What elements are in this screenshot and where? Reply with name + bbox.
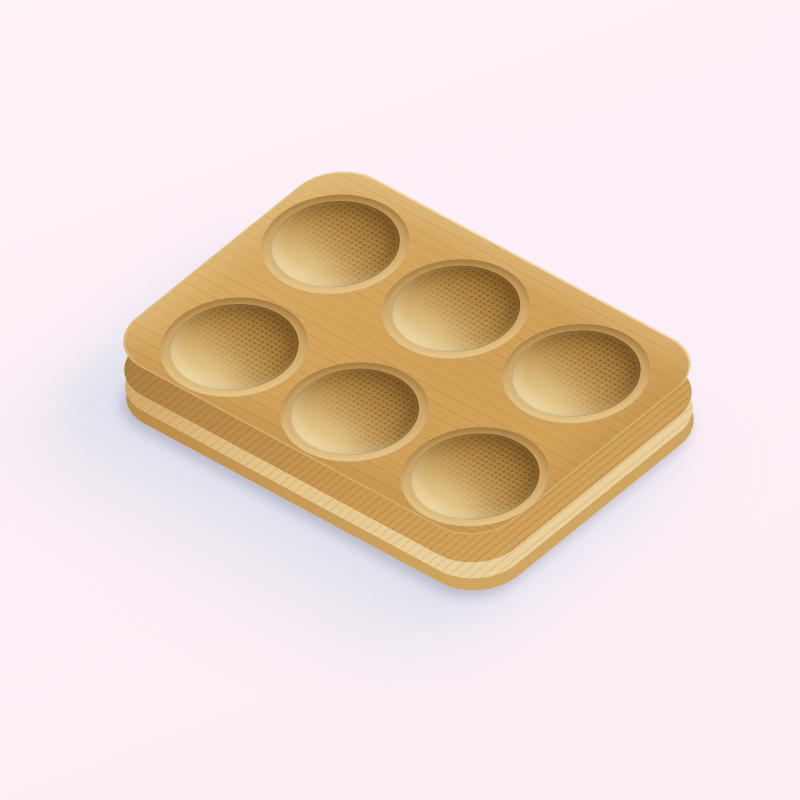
backdrop <box>0 0 800 800</box>
